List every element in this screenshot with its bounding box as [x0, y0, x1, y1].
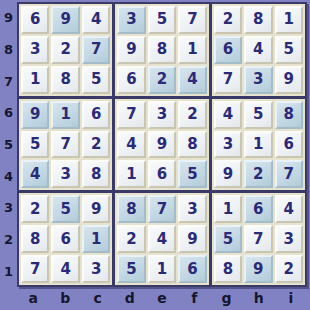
- cell-f8[interactable]: 1: [178, 36, 206, 64]
- cell-c9[interactable]: 4: [82, 6, 110, 34]
- row-label-2: 2: [0, 224, 17, 256]
- cell-c4[interactable]: 8: [82, 160, 110, 188]
- cell-i9[interactable]: 1: [275, 6, 303, 34]
- cell-g9[interactable]: 2: [214, 6, 242, 34]
- cell-i3[interactable]: 4: [275, 195, 303, 223]
- cell-d8[interactable]: 9: [117, 36, 145, 64]
- box-8: 873249516: [115, 193, 208, 285]
- cell-i4[interactable]: 7: [275, 160, 303, 188]
- row-labels: 987654321: [0, 2, 17, 287]
- col-label-b: b: [49, 288, 81, 308]
- cell-g8[interactable]: 6: [214, 36, 242, 64]
- cell-i1[interactable]: 2: [275, 255, 303, 283]
- col-label-c: c: [81, 288, 113, 308]
- cell-i6[interactable]: 8: [275, 101, 303, 129]
- cell-a4[interactable]: 4: [21, 160, 49, 188]
- row-label-1: 1: [0, 255, 17, 287]
- cell-b9[interactable]: 9: [51, 6, 79, 34]
- row-label-8: 8: [0, 34, 17, 66]
- cell-a9[interactable]: 6: [21, 6, 49, 34]
- row-label-5: 5: [0, 129, 17, 161]
- cell-b6[interactable]: 1: [51, 101, 79, 129]
- col-label-i: i: [275, 288, 307, 308]
- cell-a2[interactable]: 8: [21, 225, 49, 253]
- cell-c6[interactable]: 6: [82, 101, 110, 129]
- col-label-d: d: [114, 288, 146, 308]
- cell-f7[interactable]: 4: [178, 66, 206, 94]
- cell-e1[interactable]: 1: [148, 255, 176, 283]
- cell-c3[interactable]: 9: [82, 195, 110, 223]
- box-2: 357981624: [115, 4, 208, 96]
- cell-a6[interactable]: 9: [21, 101, 49, 129]
- cell-f2[interactable]: 9: [178, 225, 206, 253]
- cell-d4[interactable]: 1: [117, 160, 145, 188]
- cell-d6[interactable]: 7: [117, 101, 145, 129]
- cell-b5[interactable]: 7: [51, 131, 79, 159]
- cell-b2[interactable]: 6: [51, 225, 79, 253]
- row-label-4: 4: [0, 160, 17, 192]
- col-label-e: e: [146, 288, 178, 308]
- column-labels: abcdefghi: [17, 288, 307, 308]
- cell-i2[interactable]: 3: [275, 225, 303, 253]
- cell-h9[interactable]: 8: [244, 6, 272, 34]
- cell-h7[interactable]: 3: [244, 66, 272, 94]
- cell-h1[interactable]: 9: [244, 255, 272, 283]
- box-3: 281645739: [212, 4, 305, 96]
- cell-d9[interactable]: 3: [117, 6, 145, 34]
- box-6: 458316927: [212, 99, 305, 191]
- box-4: 916572438: [19, 99, 112, 191]
- cell-i8[interactable]: 5: [275, 36, 303, 64]
- box-7: 259861743: [19, 193, 112, 285]
- row-label-6: 6: [0, 97, 17, 129]
- cell-f9[interactable]: 7: [178, 6, 206, 34]
- cell-b3[interactable]: 5: [51, 195, 79, 223]
- cell-g1[interactable]: 8: [214, 255, 242, 283]
- cell-i5[interactable]: 6: [275, 131, 303, 159]
- cell-h6[interactable]: 5: [244, 101, 272, 129]
- cell-h4[interactable]: 2: [244, 160, 272, 188]
- cell-e4[interactable]: 6: [148, 160, 176, 188]
- cell-e9[interactable]: 5: [148, 6, 176, 34]
- cell-c1[interactable]: 3: [82, 255, 110, 283]
- cell-b4[interactable]: 3: [51, 160, 79, 188]
- cell-h8[interactable]: 4: [244, 36, 272, 64]
- cell-e2[interactable]: 4: [148, 225, 176, 253]
- cell-c2[interactable]: 1: [82, 225, 110, 253]
- cell-c7[interactable]: 5: [82, 66, 110, 94]
- cell-f5[interactable]: 8: [178, 131, 206, 159]
- cell-a7[interactable]: 1: [21, 66, 49, 94]
- cell-c5[interactable]: 2: [82, 131, 110, 159]
- cell-f1[interactable]: 6: [178, 255, 206, 283]
- cell-e3[interactable]: 7: [148, 195, 176, 223]
- cell-g5[interactable]: 3: [214, 131, 242, 159]
- sudoku-app: 987654321 694327185357981624281645739916…: [0, 0, 310, 310]
- cell-f6[interactable]: 2: [178, 101, 206, 129]
- col-label-h: h: [243, 288, 275, 308]
- cell-f4[interactable]: 5: [178, 160, 206, 188]
- cell-e8[interactable]: 8: [148, 36, 176, 64]
- cell-g6[interactable]: 4: [214, 101, 242, 129]
- cell-e7[interactable]: 2: [148, 66, 176, 94]
- box-5: 732498165: [115, 99, 208, 191]
- box-9: 164573892: [212, 193, 305, 285]
- cell-e6[interactable]: 3: [148, 101, 176, 129]
- cell-h5[interactable]: 1: [244, 131, 272, 159]
- cell-d1[interactable]: 5: [117, 255, 145, 283]
- cell-b1[interactable]: 4: [51, 255, 79, 283]
- cell-a3[interactable]: 2: [21, 195, 49, 223]
- col-label-a: a: [17, 288, 49, 308]
- cell-d5[interactable]: 4: [117, 131, 145, 159]
- cell-g7[interactable]: 7: [214, 66, 242, 94]
- cell-g3[interactable]: 1: [214, 195, 242, 223]
- cell-a1[interactable]: 7: [21, 255, 49, 283]
- cell-g4[interactable]: 9: [214, 160, 242, 188]
- row-label-9: 9: [0, 2, 17, 34]
- cell-h2[interactable]: 7: [244, 225, 272, 253]
- box-1: 694327185: [19, 4, 112, 96]
- col-label-g: g: [210, 288, 242, 308]
- cell-a5[interactable]: 5: [21, 131, 49, 159]
- row-label-7: 7: [0, 65, 17, 97]
- cell-d2[interactable]: 2: [117, 225, 145, 253]
- cell-d7[interactable]: 6: [117, 66, 145, 94]
- row-label-3: 3: [0, 192, 17, 224]
- cell-h3[interactable]: 6: [244, 195, 272, 223]
- cell-c8[interactable]: 7: [82, 36, 110, 64]
- col-label-f: f: [178, 288, 210, 308]
- cell-b8[interactable]: 2: [51, 36, 79, 64]
- sudoku-board: 6943271853579816242816457399165724387324…: [17, 2, 307, 287]
- cell-e5[interactable]: 9: [148, 131, 176, 159]
- cell-a8[interactable]: 3: [21, 36, 49, 64]
- cell-f3[interactable]: 3: [178, 195, 206, 223]
- cell-d3[interactable]: 8: [117, 195, 145, 223]
- cell-b7[interactable]: 8: [51, 66, 79, 94]
- cell-i7[interactable]: 9: [275, 66, 303, 94]
- cell-g2[interactable]: 5: [214, 225, 242, 253]
